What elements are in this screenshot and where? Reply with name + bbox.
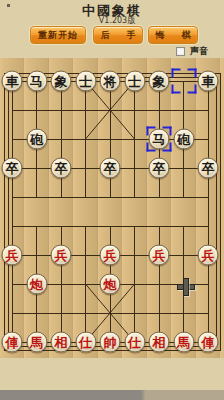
piece-red-f6r6[interactable]: 兵 [149, 245, 170, 266]
piece-black-f8r3[interactable]: 卒 [198, 158, 219, 179]
bottom-bar [0, 390, 224, 400]
piece-red-f4r7[interactable]: 炮 [100, 274, 121, 295]
piece-red-f5r9[interactable]: 仕 [124, 332, 145, 353]
piece-red-f6r9[interactable]: 相 [149, 332, 170, 353]
piece-red-f2r6[interactable]: 兵 [51, 245, 72, 266]
xiangqi-app: 中國象棋 V1.203版 重新开始 后 手 悔 棋 声音 車马象士将士象車砲马砲… [0, 0, 224, 400]
piece-black-f6r3[interactable]: 卒 [149, 158, 170, 179]
piece-black-f2r0[interactable]: 象 [51, 71, 72, 92]
piece-red-f8r6[interactable]: 兵 [198, 245, 219, 266]
piece-black-f2r3[interactable]: 卒 [51, 158, 72, 179]
piece-black-f1r0[interactable]: 马 [26, 71, 47, 92]
piece-red-f1r9[interactable]: 馬 [26, 332, 47, 353]
piece-black-f8r0[interactable]: 車 [198, 71, 219, 92]
piece-red-f1r7[interactable]: 炮 [26, 274, 47, 295]
piece-red-f0r6[interactable]: 兵 [2, 245, 23, 266]
piece-red-f8r9[interactable]: 俥 [198, 332, 219, 353]
piece-black-f0r0[interactable]: 車 [2, 71, 23, 92]
piece-black-f0r3[interactable]: 卒 [2, 158, 23, 179]
pieces-layer: 車马象士将士象車砲马砲卒卒卒卒卒兵兵兵兵兵炮炮俥馬相仕帥仕相馬俥 [0, 0, 224, 400]
piece-red-f3r9[interactable]: 仕 [75, 332, 96, 353]
piece-red-f4r9[interactable]: 帥 [100, 332, 121, 353]
last-move-from-marker [171, 69, 196, 94]
piece-black-f6r2[interactable]: 马 [149, 129, 170, 150]
piece-red-f2r9[interactable]: 相 [51, 332, 72, 353]
piece-red-f4r6[interactable]: 兵 [100, 245, 121, 266]
piece-red-f0r9[interactable]: 俥 [2, 332, 23, 353]
piece-black-f4r3[interactable]: 卒 [100, 158, 121, 179]
piece-red-f7r9[interactable]: 馬 [173, 332, 194, 353]
piece-black-f7r2[interactable]: 砲 [173, 129, 194, 150]
piece-black-f6r0[interactable]: 象 [149, 71, 170, 92]
piece-black-f5r0[interactable]: 士 [124, 71, 145, 92]
piece-black-f4r0[interactable]: 将 [100, 71, 121, 92]
piece-black-f1r2[interactable]: 砲 [26, 129, 47, 150]
piece-black-f3r0[interactable]: 士 [75, 71, 96, 92]
